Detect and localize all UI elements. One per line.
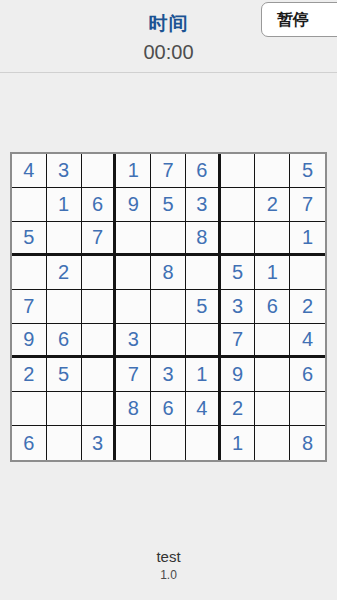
cell-r9c4[interactable] — [116, 426, 151, 460]
cell-r8c9[interactable] — [290, 392, 325, 426]
cell-r3c7[interactable] — [221, 222, 256, 256]
cell-r5c2[interactable] — [47, 290, 82, 324]
cell-r8c1[interactable] — [12, 392, 47, 426]
timer-value: 00:00 — [0, 41, 337, 64]
cell-r4c7[interactable]: 5 — [221, 256, 256, 290]
cell-r8c7[interactable]: 2 — [221, 392, 256, 426]
cell-r7c4[interactable]: 7 — [116, 358, 151, 392]
cell-r6c6[interactable] — [186, 324, 221, 358]
cell-r4c9[interactable] — [290, 256, 325, 290]
cell-r3c1[interactable]: 5 — [12, 222, 47, 256]
app-version: 1.0 — [0, 568, 337, 582]
cell-r7c3[interactable] — [82, 358, 117, 392]
cell-r3c8[interactable] — [255, 222, 290, 256]
cell-r9c5[interactable] — [151, 426, 186, 460]
cell-r1c4[interactable]: 1 — [116, 154, 151, 188]
cell-r2c7[interactable] — [221, 188, 256, 222]
cell-r1c8[interactable] — [255, 154, 290, 188]
cell-r4c6[interactable] — [186, 256, 221, 290]
cell-r8c3[interactable] — [82, 392, 117, 426]
footer: test 1.0 — [0, 548, 337, 582]
cell-r9c1[interactable]: 6 — [12, 426, 47, 460]
cell-r7c2[interactable]: 5 — [47, 358, 82, 392]
cell-r4c4[interactable] — [116, 256, 151, 290]
cell-r7c5[interactable]: 3 — [151, 358, 186, 392]
cell-r2c2[interactable]: 1 — [47, 188, 82, 222]
cell-r8c4[interactable]: 8 — [116, 392, 151, 426]
cell-r4c5[interactable]: 8 — [151, 256, 186, 290]
pause-button[interactable]: 暂停 — [261, 2, 337, 37]
cell-r5c4[interactable] — [116, 290, 151, 324]
cell-r1c9[interactable]: 5 — [290, 154, 325, 188]
app-name: test — [0, 548, 337, 565]
cell-r8c5[interactable]: 6 — [151, 392, 186, 426]
cell-r6c2[interactable]: 6 — [47, 324, 82, 358]
cell-r6c5[interactable] — [151, 324, 186, 358]
cell-r3c5[interactable] — [151, 222, 186, 256]
cell-r8c8[interactable] — [255, 392, 290, 426]
header: 时间 00:00 暂停 — [0, 0, 337, 73]
cell-r9c6[interactable] — [186, 426, 221, 460]
cell-r2c9[interactable]: 7 — [290, 188, 325, 222]
cell-r8c2[interactable] — [47, 392, 82, 426]
cell-r5c1[interactable]: 7 — [12, 290, 47, 324]
cell-r7c7[interactable]: 9 — [221, 358, 256, 392]
cell-r5c3[interactable] — [82, 290, 117, 324]
cell-r7c1[interactable]: 2 — [12, 358, 47, 392]
cell-r5c7[interactable]: 3 — [221, 290, 256, 324]
cell-r9c2[interactable] — [47, 426, 82, 460]
cell-r1c1[interactable]: 4 — [12, 154, 47, 188]
cell-r3c2[interactable] — [47, 222, 82, 256]
cell-r4c2[interactable]: 2 — [47, 256, 82, 290]
cell-r6c7[interactable]: 7 — [221, 324, 256, 358]
cell-r3c6[interactable]: 8 — [186, 222, 221, 256]
cell-r3c4[interactable] — [116, 222, 151, 256]
cell-r2c5[interactable]: 5 — [151, 188, 186, 222]
cell-r7c9[interactable]: 6 — [290, 358, 325, 392]
cell-r5c8[interactable]: 6 — [255, 290, 290, 324]
cell-r9c8[interactable] — [255, 426, 290, 460]
sudoku-board: 4317651695327578128517536296374257319686… — [10, 152, 327, 462]
cell-r1c6[interactable]: 6 — [186, 154, 221, 188]
cell-r2c3[interactable]: 6 — [82, 188, 117, 222]
cell-r2c4[interactable]: 9 — [116, 188, 151, 222]
cell-r5c9[interactable]: 2 — [290, 290, 325, 324]
cell-r2c1[interactable] — [12, 188, 47, 222]
cell-r6c1[interactable]: 9 — [12, 324, 47, 358]
cell-r9c7[interactable]: 1 — [221, 426, 256, 460]
cell-r4c8[interactable]: 1 — [255, 256, 290, 290]
cell-r7c8[interactable] — [255, 358, 290, 392]
cell-r3c3[interactable]: 7 — [82, 222, 117, 256]
cell-r1c3[interactable] — [82, 154, 117, 188]
cell-r8c6[interactable]: 4 — [186, 392, 221, 426]
cell-r9c3[interactable]: 3 — [82, 426, 117, 460]
cell-r3c9[interactable]: 1 — [290, 222, 325, 256]
cell-r6c9[interactable]: 4 — [290, 324, 325, 358]
cell-r2c8[interactable]: 2 — [255, 188, 290, 222]
cell-r1c7[interactable] — [221, 154, 256, 188]
cell-r9c9[interactable]: 8 — [290, 426, 325, 460]
cell-r7c6[interactable]: 1 — [186, 358, 221, 392]
cell-r1c5[interactable]: 7 — [151, 154, 186, 188]
cell-r6c4[interactable]: 3 — [116, 324, 151, 358]
cell-r2c6[interactable]: 3 — [186, 188, 221, 222]
cell-r5c6[interactable]: 5 — [186, 290, 221, 324]
cell-r5c5[interactable] — [151, 290, 186, 324]
cell-r1c2[interactable]: 3 — [47, 154, 82, 188]
cell-r4c1[interactable] — [12, 256, 47, 290]
cell-r6c3[interactable] — [82, 324, 117, 358]
cell-r4c3[interactable] — [82, 256, 117, 290]
cell-r6c8[interactable] — [255, 324, 290, 358]
sudoku-app: 时间 00:00 暂停 4317651695327578128517536296… — [0, 0, 337, 600]
